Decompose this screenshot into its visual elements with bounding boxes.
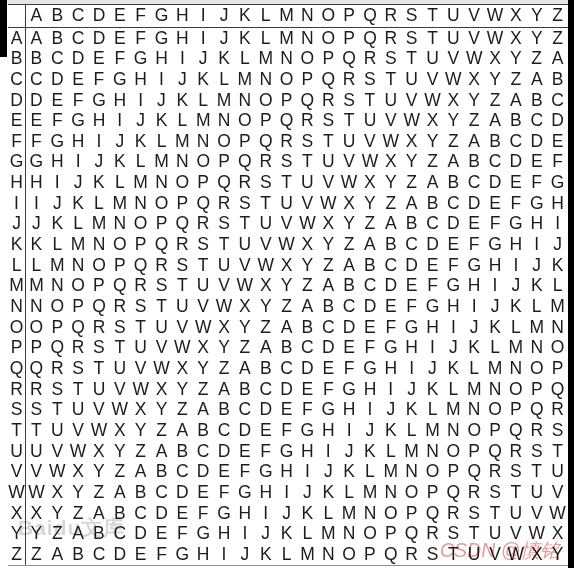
grid-cell: G (360, 358, 381, 379)
grid-cell: C (526, 111, 547, 132)
grid-cell: U (360, 111, 381, 132)
grid-cell: D (172, 482, 193, 503)
grid-cell: K (485, 317, 506, 338)
grid-cell: H (339, 400, 360, 421)
grid-cell: A (130, 462, 151, 483)
grid-cell: N (47, 276, 68, 297)
grid-cell: E (130, 544, 151, 565)
grid-cell: C (422, 214, 443, 235)
grid-cell: Y (526, 28, 547, 49)
grid-cell: E (172, 503, 193, 524)
grid-cell: G (547, 173, 568, 194)
grid-cell: Y (297, 255, 318, 276)
grid-cell: H (505, 235, 526, 256)
grid-cell: J (255, 524, 276, 545)
grid-cell: K (297, 503, 318, 524)
grid-cell: O (172, 173, 193, 194)
row-header-cell: T (8, 420, 26, 441)
grid-cell: I (380, 379, 401, 400)
grid-cell: T (380, 69, 401, 90)
grid-cell: Z (526, 49, 547, 70)
grid-cell: R (172, 235, 193, 256)
grid-cell: E (360, 317, 381, 338)
grid-cell: F (360, 338, 381, 359)
grid-cell: D (47, 69, 68, 90)
grid-cell: Z (505, 69, 526, 90)
grid-cell: R (68, 338, 89, 359)
grid-cell: T (276, 173, 297, 194)
grid-cell: V (255, 235, 276, 256)
row-header-cell: H (8, 173, 26, 194)
grid-cell: Q (130, 255, 151, 276)
grid-cell: M (193, 111, 214, 132)
grid-cell: H (255, 482, 276, 503)
grid-cell: Q (297, 90, 318, 111)
grid-cell: T (255, 193, 276, 214)
grid-cell: O (443, 441, 464, 462)
column-header-cell: D (89, 5, 110, 28)
grid-cell: S (276, 152, 297, 173)
grid-cell: M (422, 420, 443, 441)
grid-cell: U (89, 379, 110, 400)
column-header-cell: F (130, 5, 151, 28)
grid-cell: G (214, 503, 235, 524)
grid-cell: X (109, 420, 130, 441)
grid-cell: N (109, 214, 130, 235)
grid-cell: J (401, 379, 422, 400)
grid-cell: Y (172, 379, 193, 400)
grid-cell: O (193, 152, 214, 173)
grid-cell: K (401, 400, 422, 421)
grid-cell: Y (151, 400, 172, 421)
grid-cell: N (151, 173, 172, 194)
grid-cell: K (47, 214, 68, 235)
grid-cell: T (47, 400, 68, 421)
grid-cell: F (89, 69, 110, 90)
grid-cell: M (255, 49, 276, 70)
grid-cell: U (380, 90, 401, 111)
grid-cell: G (505, 214, 526, 235)
grid-cell: N (318, 544, 339, 565)
grid-cell: D (255, 400, 276, 421)
grid-cell: U (130, 338, 151, 359)
grid-cell: U (505, 503, 526, 524)
grid-cell: I (401, 358, 422, 379)
grid-cell: U (255, 214, 276, 235)
grid-cell: F (109, 49, 130, 70)
grid-cell: W (276, 235, 297, 256)
grid-cell: N (505, 358, 526, 379)
grid-cell: J (89, 152, 110, 173)
grid-cell: M (401, 441, 422, 462)
grid-cell: J (276, 503, 297, 524)
corner-cell (8, 5, 26, 28)
grid-cell: F (526, 173, 547, 194)
grid-cell: R (464, 482, 485, 503)
grid-cell: M (68, 235, 89, 256)
grid-cell: M (505, 338, 526, 359)
grid-cell: D (276, 379, 297, 400)
grid-cell: N (464, 400, 485, 421)
grid-cell: Q (464, 462, 485, 483)
watermark-csdn: CSDN @慎铭 (440, 537, 559, 564)
grid-cell: K (26, 235, 47, 256)
grid-cell: W (380, 131, 401, 152)
grid-cell: F (68, 90, 89, 111)
grid-cell: E (443, 235, 464, 256)
row-header-cell: Q (8, 358, 26, 379)
grid-cell: E (318, 358, 339, 379)
row-header-cell: A (8, 28, 26, 49)
grid-cell: I (547, 214, 568, 235)
grid-cell: J (360, 420, 381, 441)
grid-cell: J (172, 69, 193, 90)
grid-cell: Q (26, 358, 47, 379)
grid-cell: A (234, 358, 255, 379)
grid-cell: T (89, 358, 110, 379)
grid-cell: F (193, 503, 214, 524)
grid-cell: T (526, 462, 547, 483)
left-edge-black-bar (0, 0, 7, 57)
grid-cell: H (47, 152, 68, 173)
grid-cell: N (422, 441, 443, 462)
grid-cell: M (297, 544, 318, 565)
grid-cell: J (318, 462, 339, 483)
row-header-cell: Z (8, 544, 26, 565)
grid-cell: D (485, 173, 506, 194)
column-header-cell: U (443, 5, 464, 28)
grid-cell: M (485, 358, 506, 379)
grid-cell: H (109, 90, 130, 111)
grid-cell: T (339, 111, 360, 132)
grid-cell: I (276, 482, 297, 503)
grid-cell: L (109, 173, 130, 194)
grid-cell: R (130, 276, 151, 297)
grid-cell: H (26, 173, 47, 194)
grid-cell: M (130, 173, 151, 194)
watermark-baidu: Baidu文库 (18, 514, 125, 542)
grid-cell: Q (193, 193, 214, 214)
grid-cell: O (380, 503, 401, 524)
grid-cell: V (214, 276, 235, 297)
grid-cell: B (360, 255, 381, 276)
grid-cell: L (234, 49, 255, 70)
grid-cell: B (234, 379, 255, 400)
grid-cell: J (422, 358, 443, 379)
grid-cell: C (339, 297, 360, 318)
grid-cell: A (485, 111, 506, 132)
grid-cell: T (360, 90, 381, 111)
grid-cell: O (89, 255, 110, 276)
grid-cell: O (422, 462, 443, 483)
grid-cell: R (297, 111, 318, 132)
grid-cell: N (276, 49, 297, 70)
grid-cell: W (464, 49, 485, 70)
grid-cell: E (464, 214, 485, 235)
grid-cell: W (360, 152, 381, 173)
grid-cell: E (234, 441, 255, 462)
row-header-cell: O (8, 317, 26, 338)
grid-cell: X (234, 297, 255, 318)
grid-cell: L (318, 503, 339, 524)
grid-cell: B (380, 235, 401, 256)
grid-cell: H (485, 255, 506, 276)
grid-cell: T (109, 338, 130, 359)
grid-cell: E (339, 338, 360, 359)
grid-cell: O (130, 214, 151, 235)
grid-cell: V (339, 152, 360, 173)
row-header-cell: S (8, 400, 26, 421)
grid-cell: D (547, 111, 568, 132)
grid-cell: D (380, 276, 401, 297)
grid-cell: F (130, 28, 151, 49)
grid-cell: R (380, 28, 401, 49)
grid-cell: I (172, 49, 193, 70)
grid-cell: A (109, 482, 130, 503)
grid-cell: B (318, 297, 339, 318)
grid-cell: E (26, 111, 47, 132)
grid-cell: P (401, 503, 422, 524)
grid-cell: B (130, 482, 151, 503)
grid-cell: D (109, 544, 130, 565)
grid-cell: F (443, 255, 464, 276)
grid-cell: P (505, 400, 526, 421)
grid-cell: E (151, 524, 172, 545)
grid-cell: N (89, 235, 110, 256)
grid-cell: X (485, 49, 506, 70)
grid-cell: Y (505, 49, 526, 70)
grid-cell: D (26, 90, 47, 111)
column-header-cell: M (276, 5, 297, 28)
grid-cell: F (172, 524, 193, 545)
grid-cell: L (89, 193, 110, 214)
grid-cell: W (234, 276, 255, 297)
grid-cell: H (151, 49, 172, 70)
column-header-cell: W (485, 5, 506, 28)
grid-cell: G (234, 482, 255, 503)
grid-cell: N (339, 524, 360, 545)
grid-cell: G (526, 193, 547, 214)
grid-cell: C (130, 503, 151, 524)
grid-cell: D (318, 338, 339, 359)
grid-cell: T (401, 49, 422, 70)
grid-cell: F (276, 420, 297, 441)
grid-cell: P (547, 358, 568, 379)
column-header-cell: G (151, 5, 172, 28)
grid-cell: A (401, 193, 422, 214)
grid-cell: S (89, 338, 110, 359)
grid-cell: V (422, 69, 443, 90)
grid-cell: O (297, 49, 318, 70)
grid-cell: B (547, 69, 568, 90)
grid-cell: G (380, 338, 401, 359)
column-header-cell: Q (360, 5, 381, 28)
grid-cell: N (68, 255, 89, 276)
grid-cell: R (234, 173, 255, 194)
grid-cell: V (401, 90, 422, 111)
grid-cell: V (130, 358, 151, 379)
grid-cell: J (526, 255, 547, 276)
grid-cell: Z (360, 214, 381, 235)
grid-cell: P (380, 524, 401, 545)
grid-cell: B (485, 131, 506, 152)
grid-cell: K (172, 90, 193, 111)
grid-cell: F (234, 462, 255, 483)
grid-cell: U (109, 358, 130, 379)
grid-cell: J (485, 297, 506, 318)
grid-cell: A (380, 214, 401, 235)
grid-cell: I (339, 420, 360, 441)
grid-cell: O (318, 28, 339, 49)
grid-cell: S (193, 235, 214, 256)
grid-cell: M (26, 276, 47, 297)
grid-cell: Z (255, 317, 276, 338)
grid-cell: D (505, 152, 526, 173)
grid-cell: U (68, 400, 89, 421)
grid-cell: Z (26, 544, 47, 565)
grid-cell: G (401, 317, 422, 338)
grid-cell: B (339, 276, 360, 297)
grid-cell: S (47, 379, 68, 400)
grid-cell: A (464, 131, 485, 152)
grid-cell: I (318, 441, 339, 462)
grid-cell: L (505, 317, 526, 338)
grid-cell: D (297, 358, 318, 379)
grid-cell: X (89, 441, 110, 462)
grid-cell: P (443, 462, 464, 483)
grid-cell: P (130, 235, 151, 256)
grid-cell: S (485, 482, 506, 503)
grid-cell: X (339, 193, 360, 214)
grid-cell: V (234, 255, 255, 276)
grid-cell: W (339, 173, 360, 194)
grid-cell: M (234, 69, 255, 90)
grid-cell: K (255, 544, 276, 565)
grid-cell: Z (547, 28, 568, 49)
grid-cell: W (214, 297, 235, 318)
grid-cell: R (485, 462, 506, 483)
grid-cell: Y (339, 214, 360, 235)
grid-cell: C (68, 28, 89, 49)
grid-cell: E (485, 193, 506, 214)
grid-cell: G (255, 462, 276, 483)
grid-cell: V (26, 462, 47, 483)
grid-cell: R (360, 49, 381, 70)
grid-cell: W (109, 400, 130, 421)
column-header-cell: Z (547, 5, 568, 28)
grid-cell: X (193, 338, 214, 359)
grid-cell: W (255, 255, 276, 276)
grid-cell: Y (89, 462, 110, 483)
grid-cell: E (255, 420, 276, 441)
grid-cell: A (26, 28, 47, 49)
grid-cell: X (401, 131, 422, 152)
grid-cell: I (214, 544, 235, 565)
grid-cell: D (130, 524, 151, 545)
grid-cell: N (380, 482, 401, 503)
grid-cell: X (68, 462, 89, 483)
grid-cell: I (360, 400, 381, 421)
grid-cell: L (26, 255, 47, 276)
grid-cell: M (547, 297, 568, 318)
grid-cell: T (547, 441, 568, 462)
grid-cell: B (214, 400, 235, 421)
grid-cell: S (526, 441, 547, 462)
grid-cell: J (130, 111, 151, 132)
row-header-cell: W (8, 482, 26, 503)
row-header-cell: V (8, 462, 26, 483)
grid-cell: W (47, 462, 68, 483)
grid-cell: A (360, 235, 381, 256)
grid-cell: P (255, 111, 276, 132)
column-header-cell: A (26, 5, 47, 28)
grid-cell: S (380, 49, 401, 70)
grid-cell: S (26, 400, 47, 421)
grid-cell: F (422, 276, 443, 297)
grid-cell: R (318, 90, 339, 111)
grid-cell: B (505, 111, 526, 132)
grid-cell: L (485, 338, 506, 359)
grid-cell: P (234, 131, 255, 152)
grid-cell: E (214, 462, 235, 483)
grid-cell: Q (318, 69, 339, 90)
grid-cell: K (193, 69, 214, 90)
grid-cell: I (130, 90, 151, 111)
grid-cell: Y (318, 235, 339, 256)
grid-cell: H (318, 420, 339, 441)
grid-cell: H (234, 503, 255, 524)
grid-cell: Z (401, 173, 422, 194)
grid-cell: Q (214, 173, 235, 194)
grid-cell: R (339, 69, 360, 90)
grid-cell: P (485, 420, 506, 441)
grid-cell: K (151, 111, 172, 132)
grid-cell: O (526, 358, 547, 379)
grid-cell: W (422, 90, 443, 111)
grid-cell: L (464, 358, 485, 379)
grid-cell: F (255, 441, 276, 462)
grid-cell: S (464, 503, 485, 524)
grid-cell: I (297, 462, 318, 483)
grid-cell: C (464, 173, 485, 194)
grid-cell: X (505, 28, 526, 49)
grid-cell: G (172, 544, 193, 565)
grid-cell: U (172, 297, 193, 318)
grid-cell: O (485, 400, 506, 421)
grid-cell: N (485, 379, 506, 400)
grid-cell: J (193, 49, 214, 70)
row-header-cell: L (8, 255, 26, 276)
grid-cell: H (172, 28, 193, 49)
grid-cell: H (360, 379, 381, 400)
grid-cell: F (464, 235, 485, 256)
grid-cell: K (318, 482, 339, 503)
grid-cell: I (255, 503, 276, 524)
grid-cell: D (68, 49, 89, 70)
grid-cell: G (297, 420, 318, 441)
grid-cell: O (109, 235, 130, 256)
grid-cell: B (443, 173, 464, 194)
grid-cell: O (547, 338, 568, 359)
grid-cell: C (89, 544, 110, 565)
grid-cell: A (339, 255, 360, 276)
grid-cell: N (526, 338, 547, 359)
grid-cell: S (130, 297, 151, 318)
grid-cell: U (339, 131, 360, 152)
grid-cell: V (193, 297, 214, 318)
column-header-cell: L (255, 5, 276, 28)
grid-cell: D (214, 441, 235, 462)
